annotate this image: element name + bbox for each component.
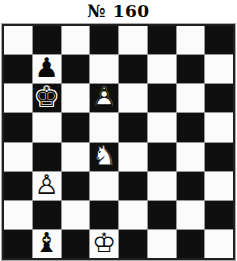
- square-f6[interactable]: [148, 84, 176, 112]
- square-f5[interactable]: [148, 113, 176, 141]
- square-f3[interactable]: [148, 172, 176, 200]
- square-e8[interactable]: [119, 26, 147, 54]
- square-c6[interactable]: [62, 84, 90, 112]
- square-d3[interactable]: [90, 172, 118, 200]
- square-a4[interactable]: [4, 143, 32, 171]
- square-f8[interactable]: [148, 26, 176, 54]
- black-bishop-glyph: ♝: [35, 230, 59, 256]
- white-knight-outline-glyph: ♘: [92, 143, 116, 169]
- square-c4[interactable]: [62, 143, 90, 171]
- square-c2[interactable]: [62, 201, 90, 229]
- square-d7[interactable]: [90, 55, 118, 83]
- white-pawn-outline-glyph: ♙: [92, 84, 116, 110]
- chess-puzzle-diagram: № 160 ♟♚♟♙♞♘♟♙♝♚♔: [0, 0, 237, 261]
- white-king-outline-glyph: ♔: [92, 230, 116, 256]
- square-g8[interactable]: [177, 26, 205, 54]
- black-pawn-glyph: ♟: [35, 55, 59, 81]
- square-h7[interactable]: [205, 55, 233, 83]
- piece-black-king[interactable]: ♚: [33, 84, 61, 112]
- square-g6[interactable]: [177, 84, 205, 112]
- square-g1[interactable]: [177, 230, 205, 258]
- square-f1[interactable]: [148, 230, 176, 258]
- square-b5[interactable]: [33, 113, 61, 141]
- square-b8[interactable]: [33, 26, 61, 54]
- square-e1[interactable]: [119, 230, 147, 258]
- piece-white-pawn[interactable]: ♟♙: [33, 172, 61, 200]
- puzzle-number-title: № 160: [0, 1, 237, 21]
- piece-white-knight[interactable]: ♞♘: [90, 143, 118, 171]
- square-h8[interactable]: [205, 26, 233, 54]
- square-e7[interactable]: [119, 55, 147, 83]
- square-h5[interactable]: [205, 113, 233, 141]
- square-f2[interactable]: [148, 201, 176, 229]
- square-a7[interactable]: [4, 55, 32, 83]
- square-d1[interactable]: ♚♔: [90, 230, 118, 258]
- square-g4[interactable]: [177, 143, 205, 171]
- square-a8[interactable]: [4, 26, 32, 54]
- square-c8[interactable]: [62, 26, 90, 54]
- square-c3[interactable]: [62, 172, 90, 200]
- square-g3[interactable]: [177, 172, 205, 200]
- square-g7[interactable]: [177, 55, 205, 83]
- square-a5[interactable]: [4, 113, 32, 141]
- square-a2[interactable]: [4, 201, 32, 229]
- white-pawn-outline-glyph: ♙: [35, 172, 59, 198]
- square-c1[interactable]: [62, 230, 90, 258]
- square-h6[interactable]: [205, 84, 233, 112]
- square-b4[interactable]: [33, 143, 61, 171]
- square-a3[interactable]: [4, 172, 32, 200]
- square-h2[interactable]: [205, 201, 233, 229]
- square-h4[interactable]: [205, 143, 233, 171]
- square-e6[interactable]: [119, 84, 147, 112]
- square-d5[interactable]: [90, 113, 118, 141]
- piece-black-bishop[interactable]: ♝: [33, 230, 61, 258]
- square-g2[interactable]: [177, 201, 205, 229]
- square-d8[interactable]: [90, 26, 118, 54]
- square-e4[interactable]: [119, 143, 147, 171]
- square-e2[interactable]: [119, 201, 147, 229]
- black-king-glyph: ♚: [35, 84, 59, 110]
- piece-white-king[interactable]: ♚♔: [90, 230, 118, 258]
- square-h3[interactable]: [205, 172, 233, 200]
- square-a1[interactable]: [4, 230, 32, 258]
- square-d2[interactable]: [90, 201, 118, 229]
- square-c7[interactable]: [62, 55, 90, 83]
- square-b7[interactable]: ♟: [33, 55, 61, 83]
- square-b6[interactable]: ♚: [33, 84, 61, 112]
- square-c5[interactable]: [62, 113, 90, 141]
- square-f7[interactable]: [148, 55, 176, 83]
- square-b3[interactable]: ♟♙: [33, 172, 61, 200]
- piece-black-pawn[interactable]: ♟: [33, 55, 61, 83]
- square-b1[interactable]: ♝: [33, 230, 61, 258]
- square-d4[interactable]: ♞♘: [90, 143, 118, 171]
- square-d6[interactable]: ♟♙: [90, 84, 118, 112]
- square-e3[interactable]: [119, 172, 147, 200]
- square-b2[interactable]: [33, 201, 61, 229]
- square-h1[interactable]: [205, 230, 233, 258]
- piece-white-pawn[interactable]: ♟♙: [90, 84, 118, 112]
- square-e5[interactable]: [119, 113, 147, 141]
- square-f4[interactable]: [148, 143, 176, 171]
- chess-board: ♟♚♟♙♞♘♟♙♝♚♔: [2, 24, 235, 260]
- square-a6[interactable]: [4, 84, 32, 112]
- square-g5[interactable]: [177, 113, 205, 141]
